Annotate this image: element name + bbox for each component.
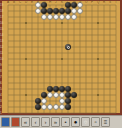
row-label: 6 (0, 82, 2, 85)
column-label: E (31, 1, 33, 4)
row-label: 9 (0, 64, 2, 67)
column-label: M (73, 1, 76, 4)
row-label: 7 (0, 76, 2, 79)
column-label: F (37, 1, 39, 4)
row-label: 3 (0, 100, 2, 103)
row-label: 19 (0, 4, 3, 7)
black-stone (71, 92, 77, 98)
mark-button[interactable]: ▫ (91, 117, 100, 127)
row-label: 10 (0, 58, 3, 61)
forward-button[interactable]: » (51, 117, 60, 127)
row-label: 16 (0, 22, 3, 25)
column-label: P (91, 1, 93, 4)
app-window-button[interactable] (1, 117, 10, 127)
column-label: Q (97, 1, 99, 4)
star-point (97, 22, 99, 24)
star-point (61, 58, 63, 60)
marked-black-stone (65, 44, 71, 50)
prev-move-icon: ‹ (35, 119, 37, 125)
star-point (61, 22, 63, 24)
white-stone-button[interactable]: ○ (81, 117, 90, 127)
next-move-button[interactable]: › (41, 117, 50, 127)
black-stone-icon: ● (74, 119, 78, 125)
column-label: K (61, 1, 63, 4)
go-app-window: ABCDEFGHJKLMNOPQRST191817161514131211109… (0, 0, 122, 128)
toolbar: «‹›»•●○▫≡ (0, 115, 122, 128)
prev-move-button[interactable]: ‹ (31, 117, 40, 127)
row-label: 2 (0, 106, 2, 109)
row-label: 13 (0, 40, 3, 43)
white-stone (77, 8, 83, 14)
white-stone-icon: ○ (84, 119, 88, 125)
row-label: 11 (0, 52, 3, 55)
forward-icon: » (54, 119, 57, 125)
column-label: D (25, 1, 27, 4)
column-label: O (85, 1, 87, 4)
row-label: 5 (0, 88, 2, 91)
row-label: 18 (0, 10, 3, 13)
rewind-button[interactable]: « (21, 117, 30, 127)
row-label: 14 (0, 34, 3, 37)
black-stone (65, 104, 71, 110)
settings-button[interactable]: ≡ (101, 117, 110, 127)
board-view-button[interactable] (11, 117, 20, 127)
column-label: H (49, 1, 51, 4)
settings-icon: ≡ (104, 119, 108, 125)
column-label: G (43, 1, 45, 4)
row-label: 12 (0, 46, 3, 49)
column-label: L (67, 1, 69, 4)
white-stone (71, 14, 77, 20)
pass-icon: • (64, 119, 66, 125)
row-label: 17 (0, 16, 3, 19)
star-point (25, 94, 27, 96)
column-label: T (115, 1, 117, 4)
row-label: 8 (0, 70, 2, 73)
row-label: 4 (0, 94, 2, 97)
row-label: 15 (0, 28, 3, 31)
column-label: J (55, 1, 57, 4)
star-point (25, 22, 27, 24)
star-point (97, 94, 99, 96)
column-label: A (7, 1, 9, 4)
star-point (25, 58, 27, 60)
black-stone-button[interactable]: ● (71, 117, 80, 127)
column-label: N (79, 1, 81, 4)
star-point (97, 58, 99, 60)
column-label: S (109, 1, 111, 4)
column-label: R (103, 1, 105, 4)
rewind-icon: « (24, 119, 27, 125)
column-label: C (19, 1, 21, 4)
mark-icon: ▫ (94, 119, 96, 125)
go-board[interactable]: ABCDEFGHJKLMNOPQRST191817161514131211109… (0, 0, 122, 115)
next-move-icon: › (45, 119, 47, 125)
column-label: B (13, 1, 15, 4)
pass-button[interactable]: • (61, 117, 70, 127)
